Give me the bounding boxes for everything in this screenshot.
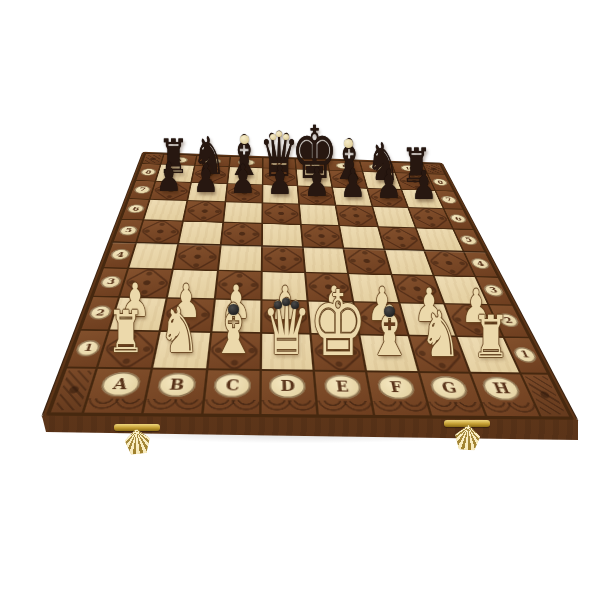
file-label-bottom-a: A <box>84 369 150 413</box>
white-knight-glyph: ♞ <box>157 299 202 362</box>
product-photo-stage: ABCDEFGH8877665544332211ABCDEFGH ♜♞♝♛♚♝♞… <box>0 0 600 600</box>
coordinate-disc: F <box>376 375 417 399</box>
square-f6[interactable] <box>337 206 377 226</box>
piece-black-pawn-b7[interactable]: ♟ <box>186 158 226 198</box>
black-pawn-glyph: ♟ <box>374 164 403 204</box>
file-label-bottom-e: E <box>315 372 373 415</box>
coordinate-disc: C <box>213 373 251 398</box>
square-f5[interactable] <box>340 226 383 249</box>
black-pawn-glyph: ♟ <box>266 160 295 200</box>
piece-black-pawn-f7[interactable]: ♟ <box>333 163 373 203</box>
square-a4[interactable] <box>129 243 177 268</box>
piece-white-rook-a1[interactable]: ♜ <box>97 303 155 361</box>
coordinate-disc: A <box>98 372 142 397</box>
square-e5[interactable] <box>302 225 343 248</box>
square-d6[interactable] <box>263 203 300 223</box>
white-rook-glyph: ♜ <box>471 308 513 366</box>
piece-black-pawn-a7[interactable]: ♟ <box>149 157 189 197</box>
file-label-bottom-b: B <box>144 370 205 414</box>
square-a5[interactable] <box>137 220 182 243</box>
black-pawn-glyph: ♟ <box>229 159 258 199</box>
clasp-fan-latch <box>454 424 481 451</box>
square-a6[interactable] <box>144 200 186 221</box>
file-label-bottom-c: C <box>203 370 259 414</box>
coordinate-disc: D <box>270 374 307 398</box>
square-c4[interactable] <box>219 245 261 270</box>
finial-dot-light <box>270 134 276 140</box>
square-d4[interactable] <box>262 246 304 271</box>
square-e6[interactable] <box>300 205 339 225</box>
coordinate-disc: B <box>156 373 197 398</box>
brass-clasp-right <box>444 420 490 450</box>
black-pawn-glyph: ♟ <box>338 163 367 203</box>
piece-white-rook-h1[interactable]: ♜ <box>462 308 520 366</box>
coordinate-disc: E <box>323 375 362 399</box>
coordinate-disc: 6 <box>126 204 145 213</box>
square-b4[interactable] <box>174 244 219 269</box>
square-b5[interactable] <box>179 221 221 244</box>
square-c6[interactable] <box>224 202 262 222</box>
clasp-plate <box>444 420 490 427</box>
black-pawn-glyph: ♟ <box>154 157 183 197</box>
square-g5[interactable] <box>379 227 423 249</box>
square-e4[interactable] <box>304 248 347 273</box>
piece-black-pawn-d7[interactable]: ♟ <box>260 160 300 200</box>
finial-dot-dark <box>228 304 239 315</box>
coordinate-disc: H <box>480 377 524 401</box>
white-knight-glyph: ♞ <box>418 303 463 366</box>
piece-black-pawn-h7[interactable]: ♟ <box>404 165 444 205</box>
piece-black-pawn-c7[interactable]: ♟ <box>223 159 263 199</box>
clasp-fan-latch <box>123 428 150 455</box>
black-pawn-glyph: ♟ <box>192 158 221 198</box>
finial-dot-light <box>344 139 353 148</box>
file-label-bottom-f: F <box>368 372 430 415</box>
square-b6[interactable] <box>184 201 224 222</box>
white-rook-glyph: ♜ <box>105 303 147 361</box>
brass-clasp-left <box>114 424 160 454</box>
coordinate-disc: 6 <box>449 214 468 223</box>
file-label-bottom-d: D <box>261 371 316 415</box>
coordinate-disc: 4 <box>109 249 131 260</box>
coordinate-disc: 4 <box>469 258 491 269</box>
square-d5[interactable] <box>263 224 302 247</box>
piece-black-pawn-g7[interactable]: ♟ <box>369 164 409 204</box>
coordinate-disc: G <box>428 376 471 400</box>
piece-black-pawn-e7[interactable]: ♟ <box>297 162 337 202</box>
square-g6[interactable] <box>373 207 415 227</box>
black-pawn-glyph: ♟ <box>410 165 439 205</box>
black-pawn-glyph: ♟ <box>302 162 331 202</box>
coordinate-disc: 5 <box>458 235 479 245</box>
coordinate-disc: 5 <box>118 225 139 235</box>
finial-dot-dark <box>274 301 282 309</box>
square-c5[interactable] <box>221 223 261 246</box>
